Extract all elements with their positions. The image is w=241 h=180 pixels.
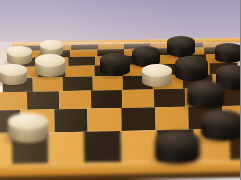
piece-top (187, 81, 224, 97)
checker-piece-light (8, 113, 48, 143)
piece-top (132, 46, 160, 58)
pieces-layer (0, 0, 240, 180)
piece-top (142, 64, 172, 77)
checker-piece-light (7, 46, 32, 65)
checker-piece-dark (100, 53, 130, 76)
piece-top (8, 113, 48, 130)
checker-piece-light (142, 64, 172, 87)
piece-top (0, 64, 27, 76)
piece-top (35, 54, 65, 67)
checker-piece-dark (201, 110, 240, 141)
checker-piece-dark (167, 36, 195, 57)
piece-top (175, 56, 208, 70)
checker-piece-dark (155, 131, 200, 164)
piece-top (155, 131, 200, 150)
piece-top (215, 43, 241, 54)
piece-top (100, 53, 130, 66)
piece-top (40, 40, 63, 50)
piece-top (201, 110, 240, 128)
checker-piece-light (0, 64, 27, 85)
checker-piece-dark (187, 81, 224, 109)
piece-top (167, 36, 195, 48)
checker-piece-dark (215, 43, 241, 63)
checker-piece-light (35, 54, 65, 77)
checkers-photo (0, 0, 240, 180)
piece-top (7, 46, 32, 57)
checker-piece-dark (175, 56, 208, 81)
